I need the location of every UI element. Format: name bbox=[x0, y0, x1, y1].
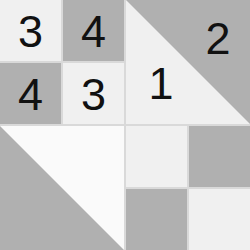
grid-cell-r1c1: 3 bbox=[0, 0, 61, 61]
patch-number: 4 bbox=[18, 71, 43, 116]
grid-cell-r4c3 bbox=[126, 189, 187, 250]
grid-cell-r4c4 bbox=[189, 189, 250, 250]
patch-number: 4 bbox=[81, 8, 106, 53]
grid-cell-r2c2: 3 bbox=[63, 63, 124, 124]
grid-cell-r3c4 bbox=[189, 126, 250, 187]
patch-number: 1 bbox=[148, 61, 173, 106]
puzzle-board: 3 4 4 3 1 2 bbox=[0, 0, 250, 250]
gray-triangle-upper-right bbox=[126, 0, 250, 124]
half-square-triangle-bottom-left bbox=[0, 126, 124, 250]
patch-number: 2 bbox=[205, 16, 230, 61]
half-square-triangle-top-right: 1 2 bbox=[126, 0, 250, 124]
grid-cell-r3c3 bbox=[126, 126, 187, 187]
patch-number: 3 bbox=[81, 71, 106, 116]
grid-cell-r1c2: 4 bbox=[63, 0, 124, 61]
gray-triangle-lower-left bbox=[0, 126, 124, 250]
patch-number: 3 bbox=[18, 8, 43, 53]
grid-cell-r2c1: 4 bbox=[0, 63, 61, 124]
